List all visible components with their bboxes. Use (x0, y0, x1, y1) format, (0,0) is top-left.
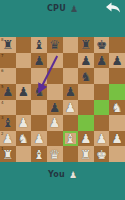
piece-white-pawn: ♟ (18, 115, 29, 130)
player-label: You (48, 170, 65, 180)
square-d2[interactable] (47, 131, 63, 147)
chess-app: CPU ♟ 8♜♝♛♜♚7♟♟♟♟6♞5♟♟♞♟4♟♟♞3♝♟♟2♟♞♟♝♟♟♟… (0, 0, 125, 200)
square-e7[interactable] (63, 53, 79, 69)
square-f2[interactable]: ♟ (78, 131, 94, 147)
undo-arrow-icon (105, 2, 121, 18)
square-h2[interactable]: ♟ (109, 131, 125, 147)
undo-button[interactable] (104, 2, 122, 17)
piece-white-pawn: ♟ (112, 131, 123, 146)
square-h7[interactable]: ♟ (109, 53, 125, 69)
piece-white-bishop: ♝ (33, 147, 44, 162)
square-e4[interactable]: ♟ (63, 100, 79, 116)
rank-coordinate: 4 (1, 100, 4, 105)
piece-white-queen: ♛ (49, 147, 60, 162)
piece-black-knight: ♞ (33, 84, 44, 99)
square-g6[interactable] (94, 68, 110, 84)
square-b6[interactable] (16, 68, 32, 84)
square-f6[interactable]: ♞ (78, 68, 94, 84)
square-a1[interactable]: 1♜ (0, 146, 16, 162)
square-d1[interactable]: ♛ (47, 146, 63, 162)
piece-white-knight: ♞ (112, 100, 123, 115)
piece-white-knight: ♞ (18, 131, 29, 146)
piece-black-pawn: ♟ (33, 53, 44, 68)
rank-coordinate: 3 (1, 115, 4, 120)
square-d3[interactable]: ♟ (47, 115, 63, 131)
rank-coordinate: 1 (1, 146, 4, 151)
square-h8[interactable] (109, 37, 125, 53)
piece-white-king: ♚ (96, 147, 107, 162)
piece-black-pawn: ♟ (49, 100, 60, 115)
square-g3[interactable] (94, 115, 110, 131)
square-e5[interactable]: ♟ (63, 84, 79, 100)
piece-black-pawn: ♟ (65, 84, 76, 99)
square-d4[interactable]: ♟ (47, 100, 63, 116)
square-b5[interactable]: ♟ (16, 84, 32, 100)
piece-black-bishop: ♝ (33, 37, 44, 52)
square-d5[interactable] (47, 84, 63, 100)
piece-white-pawn: ♟ (33, 131, 44, 146)
square-e3[interactable] (63, 115, 79, 131)
chess-board: 8♜♝♛♜♚7♟♟♟♟6♞5♟♟♞♟4♟♟♞3♝♟♟2♟♞♟♝♟♟♟1♜♝♛♜♚ (0, 37, 125, 162)
square-c1[interactable]: ♝ (31, 146, 47, 162)
square-g8[interactable]: ♚ (94, 37, 110, 53)
square-d7[interactable] (47, 53, 63, 69)
square-d8[interactable]: ♛ (47, 37, 63, 53)
square-g2[interactable]: ♟ (94, 131, 110, 147)
black-pawn-icon: ♟ (70, 4, 78, 14)
square-c2[interactable]: ♟ (31, 131, 47, 147)
rank-coordinate: 2 (1, 131, 4, 136)
piece-white-pawn: ♟ (65, 100, 76, 115)
square-b1[interactable] (16, 146, 32, 162)
rank-coordinate: 8 (1, 37, 4, 42)
square-f5[interactable] (78, 84, 94, 100)
square-c5[interactable]: ♞ (31, 84, 47, 100)
square-a7[interactable]: 7 (0, 53, 16, 69)
square-h1[interactable] (109, 146, 125, 162)
piece-white-bishop: ♝ (65, 131, 76, 146)
rank-coordinate: 5 (1, 84, 4, 89)
piece-black-pawn: ♟ (96, 53, 107, 68)
piece-black-pawn: ♟ (18, 84, 29, 99)
piece-black-rook: ♜ (80, 37, 91, 52)
square-g5[interactable] (94, 84, 110, 100)
square-a6[interactable]: 6 (0, 68, 16, 84)
square-b3[interactable]: ♟ (16, 115, 32, 131)
piece-white-rook: ♜ (80, 147, 91, 162)
square-h5[interactable] (109, 84, 125, 100)
square-a5[interactable]: 5♟ (0, 84, 16, 100)
square-b2[interactable]: ♞ (16, 131, 32, 147)
square-h4[interactable]: ♞ (109, 100, 125, 116)
piece-black-pawn: ♟ (112, 53, 123, 68)
square-b4[interactable] (16, 100, 32, 116)
square-d6[interactable] (47, 68, 63, 84)
white-pawn-icon: ♟ (69, 170, 77, 180)
piece-black-pawn: ♟ (80, 53, 91, 68)
square-g1[interactable]: ♚ (94, 146, 110, 162)
player-bar: You ♟ (0, 162, 125, 200)
square-e6[interactable] (63, 68, 79, 84)
square-c6[interactable] (31, 68, 47, 84)
square-c8[interactable]: ♝ (31, 37, 47, 53)
square-e1[interactable] (63, 146, 79, 162)
piece-black-king: ♚ (96, 37, 107, 52)
square-b8[interactable] (16, 37, 32, 53)
piece-black-knight: ♞ (80, 69, 91, 84)
square-a4[interactable]: 4 (0, 100, 16, 116)
rank-coordinate: 6 (1, 68, 4, 73)
square-b7[interactable] (16, 53, 32, 69)
square-a2[interactable]: 2♟ (0, 131, 16, 147)
square-h6[interactable] (109, 68, 125, 84)
square-e2[interactable]: ♝ (63, 131, 79, 147)
square-f4[interactable] (78, 100, 94, 116)
square-f7[interactable]: ♟ (78, 53, 94, 69)
square-g7[interactable]: ♟ (94, 53, 110, 69)
piece-white-pawn: ♟ (49, 115, 60, 130)
square-c4[interactable] (31, 100, 47, 116)
square-f3[interactable] (78, 115, 94, 131)
square-a8[interactable]: 8♜ (0, 37, 16, 53)
square-c3[interactable] (31, 115, 47, 131)
square-a3[interactable]: 3♝ (0, 115, 16, 131)
piece-white-pawn: ♟ (80, 131, 91, 146)
opponent-label: CPU (47, 4, 66, 14)
piece-white-pawn: ♟ (96, 131, 107, 146)
square-c7[interactable]: ♟ (31, 53, 47, 69)
square-e8[interactable] (63, 37, 79, 53)
square-g4[interactable] (94, 100, 110, 116)
rank-coordinate: 7 (1, 53, 4, 58)
square-f1[interactable]: ♜ (78, 146, 94, 162)
square-f8[interactable]: ♜ (78, 37, 94, 53)
square-h3[interactable] (109, 115, 125, 131)
piece-black-queen: ♛ (49, 37, 60, 52)
